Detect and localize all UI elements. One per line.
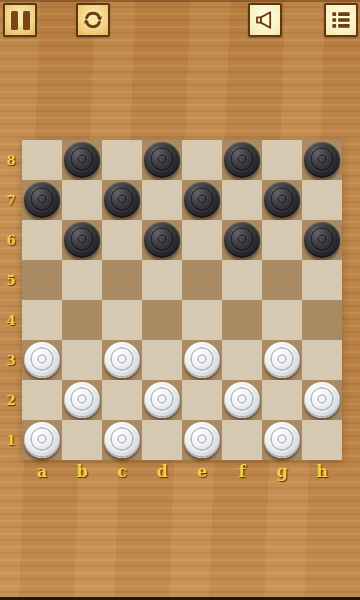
dark-man-c7[interactable] [104, 182, 140, 218]
square-a3[interactable] [22, 340, 62, 380]
light-man-g3[interactable] [264, 342, 300, 378]
square-g7[interactable] [262, 180, 302, 220]
square-e5[interactable] [182, 260, 222, 300]
square-d4[interactable] [142, 300, 182, 340]
dark-man-a7[interactable] [24, 182, 60, 218]
square-b7[interactable] [62, 180, 102, 220]
square-c8[interactable] [102, 140, 142, 180]
square-d2[interactable] [142, 380, 182, 420]
square-f3[interactable] [222, 340, 262, 380]
square-b2[interactable] [62, 380, 102, 420]
checkers-app-screen: 87654321 abcdefgh [0, 0, 360, 600]
square-a2[interactable] [22, 380, 62, 420]
pause-icon [11, 11, 30, 30]
file-label-b: b [62, 460, 102, 482]
square-b1[interactable] [62, 420, 102, 460]
square-f6[interactable] [222, 220, 262, 260]
square-e2[interactable] [182, 380, 222, 420]
square-f7[interactable] [222, 180, 262, 220]
square-d3[interactable] [142, 340, 182, 380]
square-c7[interactable] [102, 180, 142, 220]
file-label-a: a [22, 460, 62, 482]
square-d6[interactable] [142, 220, 182, 260]
square-f5[interactable] [222, 260, 262, 300]
square-c1[interactable] [102, 420, 142, 460]
light-man-g1[interactable] [264, 422, 300, 458]
square-b8[interactable] [62, 140, 102, 180]
rank-label-8: 8 [0, 140, 22, 180]
dark-man-h8[interactable] [304, 142, 340, 178]
square-e1[interactable] [182, 420, 222, 460]
restart-button[interactable] [76, 3, 110, 37]
square-b3[interactable] [62, 340, 102, 380]
square-h7[interactable] [302, 180, 342, 220]
sound-button[interactable] [248, 3, 282, 37]
square-a7[interactable] [22, 180, 62, 220]
square-g1[interactable] [262, 420, 302, 460]
square-g5[interactable] [262, 260, 302, 300]
rank-label-1: 1 [0, 420, 22, 460]
file-labels: abcdefgh [22, 460, 342, 482]
square-f4[interactable] [222, 300, 262, 340]
restart-icon [80, 7, 106, 33]
dark-man-f8[interactable] [224, 142, 260, 178]
pause-button[interactable] [3, 3, 37, 37]
square-c5[interactable] [102, 260, 142, 300]
light-man-h2[interactable] [304, 382, 340, 418]
square-g4[interactable] [262, 300, 302, 340]
dark-man-e7[interactable] [184, 182, 220, 218]
square-a8[interactable] [22, 140, 62, 180]
light-man-e1[interactable] [184, 422, 220, 458]
light-man-f2[interactable] [224, 382, 260, 418]
speaker-icon [252, 7, 278, 33]
light-man-d2[interactable] [144, 382, 180, 418]
square-g6[interactable] [262, 220, 302, 260]
rank-label-2: 2 [0, 380, 22, 420]
screen-top-edge [0, 0, 360, 2]
square-e3[interactable] [182, 340, 222, 380]
square-d1[interactable] [142, 420, 182, 460]
square-h3[interactable] [302, 340, 342, 380]
dark-man-b6[interactable] [64, 222, 100, 258]
square-a4[interactable] [22, 300, 62, 340]
light-man-c3[interactable] [104, 342, 140, 378]
square-g3[interactable] [262, 340, 302, 380]
square-g8[interactable] [262, 140, 302, 180]
square-f1[interactable] [222, 420, 262, 460]
file-label-h: h [302, 460, 342, 482]
square-g2[interactable] [262, 380, 302, 420]
square-f2[interactable] [222, 380, 262, 420]
square-e6[interactable] [182, 220, 222, 260]
square-e4[interactable] [182, 300, 222, 340]
square-e8[interactable] [182, 140, 222, 180]
square-h2[interactable] [302, 380, 342, 420]
dark-man-d8[interactable] [144, 142, 180, 178]
rank-label-5: 5 [0, 260, 22, 300]
light-man-e3[interactable] [184, 342, 220, 378]
square-d7[interactable] [142, 180, 182, 220]
square-e7[interactable] [182, 180, 222, 220]
square-c4[interactable] [102, 300, 142, 340]
file-label-d: d [142, 460, 182, 482]
file-label-f: f [222, 460, 262, 482]
square-d8[interactable] [142, 140, 182, 180]
board [22, 140, 342, 460]
square-a1[interactable] [22, 420, 62, 460]
file-label-c: c [102, 460, 142, 482]
dark-man-h6[interactable] [304, 222, 340, 258]
dark-man-g7[interactable] [264, 182, 300, 218]
square-h5[interactable] [302, 260, 342, 300]
dark-man-b8[interactable] [64, 142, 100, 178]
square-a6[interactable] [22, 220, 62, 260]
square-b5[interactable] [62, 260, 102, 300]
square-f8[interactable] [222, 140, 262, 180]
rank-labels: 87654321 [0, 140, 22, 460]
light-man-c1[interactable] [104, 422, 140, 458]
rank-label-4: 4 [0, 300, 22, 340]
square-c2[interactable] [102, 380, 142, 420]
rank-label-6: 6 [0, 220, 22, 260]
square-a5[interactable] [22, 260, 62, 300]
dark-man-f6[interactable] [224, 222, 260, 258]
square-h4[interactable] [302, 300, 342, 340]
light-man-b2[interactable] [64, 382, 100, 418]
rank-label-7: 7 [0, 180, 22, 220]
square-h8[interactable] [302, 140, 342, 180]
square-h6[interactable] [302, 220, 342, 260]
dark-man-d6[interactable] [144, 222, 180, 258]
light-man-a3[interactable] [24, 342, 60, 378]
square-b4[interactable] [62, 300, 102, 340]
rank-label-3: 3 [0, 340, 22, 380]
light-man-a1[interactable] [24, 422, 60, 458]
file-label-g: g [262, 460, 302, 482]
square-h1[interactable] [302, 420, 342, 460]
menu-button[interactable] [324, 3, 358, 37]
square-c6[interactable] [102, 220, 142, 260]
file-label-e: e [182, 460, 222, 482]
square-c3[interactable] [102, 340, 142, 380]
menu-icon [328, 7, 354, 33]
square-b6[interactable] [62, 220, 102, 260]
square-d5[interactable] [142, 260, 182, 300]
